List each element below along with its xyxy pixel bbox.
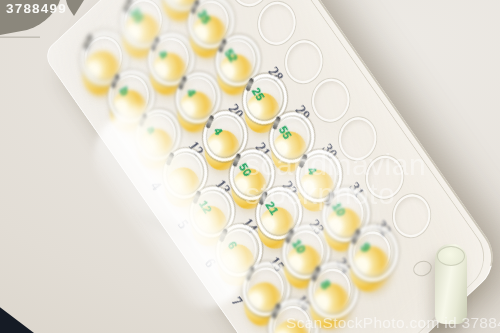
watermark-agency: scandinavian stockphoto <box>245 150 426 208</box>
rack-leg-top <box>437 246 465 266</box>
watermark-agency-line1: scandinavian <box>245 150 426 179</box>
watermark-agency-line2: stockphoto <box>245 179 426 208</box>
stock-photo: ba451266735a4124135014211510168635522025… <box>0 0 500 333</box>
watermark-footer: ScanStockPhoto.com id 3788499 <box>286 314 500 332</box>
watermark-logo: 3788499 <box>0 0 96 42</box>
watermark-id-number: 3788499 <box>6 1 67 16</box>
rack-leg <box>435 244 467 324</box>
